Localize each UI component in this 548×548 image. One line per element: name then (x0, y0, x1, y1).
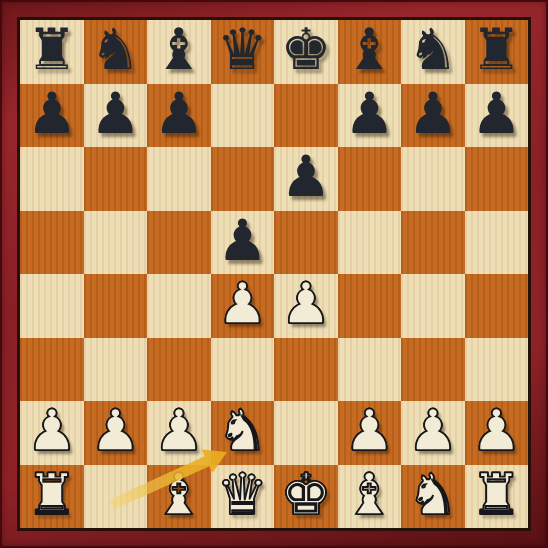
square-g3[interactable] (401, 338, 465, 402)
square-h5[interactable] (465, 211, 529, 275)
square-c5[interactable] (147, 211, 211, 275)
square-d1[interactable]: ♛ (211, 465, 275, 529)
piece-white-pawn[interactable]: ♟ (26, 402, 77, 459)
board-border: ♜♞♝♛♚♝♞♜♟♟♟♟♟♟♟♟♟♟♟♟♟♞♟♟♟♜♝♛♚♝♞♜ (17, 17, 531, 531)
square-d3[interactable] (211, 338, 275, 402)
square-c1[interactable]: ♝ (147, 465, 211, 529)
piece-black-queen[interactable]: ♛ (217, 21, 268, 78)
piece-black-pawn[interactable]: ♟ (217, 212, 268, 269)
board: ♜♞♝♛♚♝♞♜♟♟♟♟♟♟♟♟♟♟♟♟♟♞♟♟♟♜♝♛♚♝♞♜ (20, 20, 528, 528)
piece-black-pawn[interactable]: ♟ (90, 85, 141, 142)
piece-white-pawn[interactable]: ♟ (280, 275, 331, 332)
piece-black-king[interactable]: ♚ (280, 21, 331, 78)
piece-black-bishop[interactable]: ♝ (344, 21, 395, 78)
square-h6[interactable] (465, 147, 529, 211)
square-c2[interactable]: ♟ (147, 401, 211, 465)
square-g1[interactable]: ♞ (401, 465, 465, 529)
piece-black-pawn[interactable]: ♟ (407, 85, 458, 142)
square-e7[interactable] (274, 84, 338, 148)
square-d4[interactable]: ♟ (211, 274, 275, 338)
square-e6[interactable]: ♟ (274, 147, 338, 211)
square-b4[interactable] (84, 274, 148, 338)
square-d8[interactable]: ♛ (211, 20, 275, 84)
square-g7[interactable]: ♟ (401, 84, 465, 148)
piece-black-knight[interactable]: ♞ (90, 21, 141, 78)
square-c6[interactable] (147, 147, 211, 211)
piece-white-pawn[interactable]: ♟ (344, 402, 395, 459)
piece-white-pawn[interactable]: ♟ (471, 402, 522, 459)
square-f8[interactable]: ♝ (338, 20, 402, 84)
piece-black-rook[interactable]: ♜ (471, 21, 522, 78)
square-e1[interactable]: ♚ (274, 465, 338, 529)
square-b5[interactable] (84, 211, 148, 275)
square-e5[interactable] (274, 211, 338, 275)
square-g2[interactable]: ♟ (401, 401, 465, 465)
square-b2[interactable]: ♟ (84, 401, 148, 465)
square-a1[interactable]: ♜ (20, 465, 84, 529)
piece-black-knight[interactable]: ♞ (407, 21, 458, 78)
square-g8[interactable]: ♞ (401, 20, 465, 84)
square-c4[interactable] (147, 274, 211, 338)
piece-black-pawn[interactable]: ♟ (153, 85, 204, 142)
square-a6[interactable] (20, 147, 84, 211)
square-a3[interactable] (20, 338, 84, 402)
square-f2[interactable]: ♟ (338, 401, 402, 465)
piece-white-pawn[interactable]: ♟ (153, 402, 204, 459)
square-c7[interactable]: ♟ (147, 84, 211, 148)
square-h3[interactable] (465, 338, 529, 402)
square-d7[interactable] (211, 84, 275, 148)
square-b3[interactable] (84, 338, 148, 402)
square-h4[interactable] (465, 274, 529, 338)
board-frame: ♜♞♝♛♚♝♞♜♟♟♟♟♟♟♟♟♟♟♟♟♟♞♟♟♟♜♝♛♚♝♞♜ (0, 0, 548, 548)
square-e2[interactable] (274, 401, 338, 465)
piece-white-rook[interactable]: ♜ (471, 466, 522, 523)
piece-black-pawn[interactable]: ♟ (344, 85, 395, 142)
square-h1[interactable]: ♜ (465, 465, 529, 529)
square-d5[interactable]: ♟ (211, 211, 275, 275)
piece-white-queen[interactable]: ♛ (217, 466, 268, 523)
square-a2[interactable]: ♟ (20, 401, 84, 465)
square-a8[interactable]: ♜ (20, 20, 84, 84)
piece-white-king[interactable]: ♚ (280, 466, 331, 523)
square-b6[interactable] (84, 147, 148, 211)
square-f4[interactable] (338, 274, 402, 338)
square-g4[interactable] (401, 274, 465, 338)
piece-white-pawn[interactable]: ♟ (407, 402, 458, 459)
square-d6[interactable] (211, 147, 275, 211)
piece-white-pawn[interactable]: ♟ (217, 275, 268, 332)
chess-app: ♜♞♝♛♚♝♞♜♟♟♟♟♟♟♟♟♟♟♟♟♟♞♟♟♟♜♝♛♚♝♞♜ (0, 0, 548, 548)
piece-white-bishop[interactable]: ♝ (344, 466, 395, 523)
square-a7[interactable]: ♟ (20, 84, 84, 148)
square-f6[interactable] (338, 147, 402, 211)
square-e3[interactable] (274, 338, 338, 402)
square-c3[interactable] (147, 338, 211, 402)
square-h7[interactable]: ♟ (465, 84, 529, 148)
piece-white-knight[interactable]: ♞ (217, 402, 268, 459)
square-g5[interactable] (401, 211, 465, 275)
square-h2[interactable]: ♟ (465, 401, 529, 465)
square-e4[interactable]: ♟ (274, 274, 338, 338)
piece-black-pawn[interactable]: ♟ (471, 85, 522, 142)
piece-white-rook[interactable]: ♜ (26, 466, 77, 523)
square-f1[interactable]: ♝ (338, 465, 402, 529)
square-d2[interactable]: ♞ (211, 401, 275, 465)
piece-black-bishop[interactable]: ♝ (153, 21, 204, 78)
piece-white-knight[interactable]: ♞ (407, 466, 458, 523)
piece-black-rook[interactable]: ♜ (26, 21, 77, 78)
piece-black-pawn[interactable]: ♟ (26, 85, 77, 142)
square-a4[interactable] (20, 274, 84, 338)
square-b1[interactable] (84, 465, 148, 529)
square-f5[interactable] (338, 211, 402, 275)
piece-black-pawn[interactable]: ♟ (280, 148, 331, 205)
square-b7[interactable]: ♟ (84, 84, 148, 148)
square-c8[interactable]: ♝ (147, 20, 211, 84)
piece-white-pawn[interactable]: ♟ (90, 402, 141, 459)
square-h8[interactable]: ♜ (465, 20, 529, 84)
square-a5[interactable] (20, 211, 84, 275)
square-b8[interactable]: ♞ (84, 20, 148, 84)
square-f7[interactable]: ♟ (338, 84, 402, 148)
square-f3[interactable] (338, 338, 402, 402)
square-g6[interactable] (401, 147, 465, 211)
piece-white-bishop[interactable]: ♝ (153, 466, 204, 523)
square-e8[interactable]: ♚ (274, 20, 338, 84)
